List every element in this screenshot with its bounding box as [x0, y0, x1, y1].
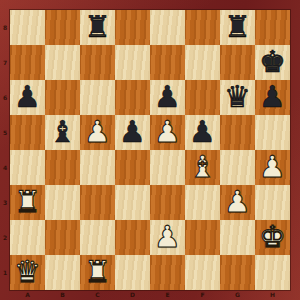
file-label-b: B: [45, 290, 80, 300]
file-label-g: G: [220, 290, 255, 300]
rank-label-3: 3: [0, 185, 10, 220]
square-e1[interactable]: [150, 255, 185, 290]
black-pawn-d5: ♟: [119, 115, 146, 149]
square-f1[interactable]: [185, 255, 220, 290]
square-e2[interactable]: ♟: [150, 220, 185, 255]
square-a6[interactable]: ♟: [10, 80, 45, 115]
white-pawn-e5: ♟: [154, 115, 181, 149]
square-c5[interactable]: ♟: [80, 115, 115, 150]
square-d6[interactable]: [115, 80, 150, 115]
square-e4[interactable]: [150, 150, 185, 185]
square-h5[interactable]: [255, 115, 290, 150]
square-g2[interactable]: [220, 220, 255, 255]
square-e7[interactable]: [150, 45, 185, 80]
square-d1[interactable]: [115, 255, 150, 290]
square-d3[interactable]: [115, 185, 150, 220]
square-f6[interactable]: [185, 80, 220, 115]
chess-diagram-frame: ♜♜♚♟♟♛♟♝♟♟♟♟♝♟♜♟♟♚♛♜ 87654321ABCDEFGH: [0, 0, 300, 300]
rank-label-5: 5: [0, 115, 10, 150]
square-b3[interactable]: [45, 185, 80, 220]
black-queen-g6: ♛: [224, 80, 251, 114]
white-pawn-h4: ♟: [259, 150, 286, 184]
square-b2[interactable]: [45, 220, 80, 255]
square-f7[interactable]: [185, 45, 220, 80]
white-king-h2: ♚: [259, 220, 286, 254]
black-pawn-e6: ♟: [154, 80, 181, 114]
black-king-h7: ♚: [259, 45, 286, 79]
square-a3[interactable]: ♜: [10, 185, 45, 220]
white-pawn-e2: ♟: [154, 220, 181, 254]
square-b8[interactable]: [45, 10, 80, 45]
square-a5[interactable]: [10, 115, 45, 150]
square-g5[interactable]: [220, 115, 255, 150]
white-queen-a1: ♛: [14, 255, 41, 289]
square-a1[interactable]: ♛: [10, 255, 45, 290]
square-g3[interactable]: ♟: [220, 185, 255, 220]
white-rook-c1: ♜: [84, 255, 111, 289]
file-label-f: F: [185, 290, 220, 300]
black-bishop-b5: ♝: [49, 115, 76, 149]
square-f4[interactable]: ♝: [185, 150, 220, 185]
rank-label-7: 7: [0, 45, 10, 80]
square-f3[interactable]: [185, 185, 220, 220]
white-rook-a3: ♜: [14, 185, 41, 219]
square-b6[interactable]: [45, 80, 80, 115]
square-c8[interactable]: ♜: [80, 10, 115, 45]
square-h7[interactable]: ♚: [255, 45, 290, 80]
black-rook-g8: ♜: [224, 10, 251, 44]
square-a8[interactable]: [10, 10, 45, 45]
square-b1[interactable]: [45, 255, 80, 290]
square-e5[interactable]: ♟: [150, 115, 185, 150]
file-label-a: A: [10, 290, 45, 300]
square-h6[interactable]: ♟: [255, 80, 290, 115]
square-f5[interactable]: ♟: [185, 115, 220, 150]
square-c7[interactable]: [80, 45, 115, 80]
square-d2[interactable]: [115, 220, 150, 255]
square-e3[interactable]: [150, 185, 185, 220]
rank-label-8: 8: [0, 10, 10, 45]
square-g8[interactable]: ♜: [220, 10, 255, 45]
square-h2[interactable]: ♚: [255, 220, 290, 255]
square-h3[interactable]: [255, 185, 290, 220]
square-c3[interactable]: [80, 185, 115, 220]
square-b7[interactable]: [45, 45, 80, 80]
square-f8[interactable]: [185, 10, 220, 45]
square-h8[interactable]: [255, 10, 290, 45]
rank-label-6: 6: [0, 80, 10, 115]
square-g7[interactable]: [220, 45, 255, 80]
square-b5[interactable]: ♝: [45, 115, 80, 150]
black-pawn-f5: ♟: [189, 115, 216, 149]
square-e6[interactable]: ♟: [150, 80, 185, 115]
file-label-h: H: [255, 290, 290, 300]
black-rook-c8: ♜: [84, 10, 111, 44]
black-pawn-h6: ♟: [259, 80, 286, 114]
chess-board: ♜♜♚♟♟♛♟♝♟♟♟♟♝♟♜♟♟♚♛♜: [10, 10, 290, 290]
square-a2[interactable]: [10, 220, 45, 255]
square-f2[interactable]: [185, 220, 220, 255]
file-label-e: E: [150, 290, 185, 300]
square-a4[interactable]: [10, 150, 45, 185]
white-bishop-f4: ♝: [189, 150, 216, 184]
square-d7[interactable]: [115, 45, 150, 80]
rank-label-2: 2: [0, 220, 10, 255]
square-d8[interactable]: [115, 10, 150, 45]
square-c6[interactable]: [80, 80, 115, 115]
square-a7[interactable]: [10, 45, 45, 80]
square-b4[interactable]: [45, 150, 80, 185]
square-h1[interactable]: [255, 255, 290, 290]
square-d4[interactable]: [115, 150, 150, 185]
white-pawn-c5: ♟: [84, 115, 111, 149]
rank-label-1: 1: [0, 255, 10, 290]
square-g1[interactable]: [220, 255, 255, 290]
white-pawn-g3: ♟: [224, 185, 251, 219]
square-g4[interactable]: [220, 150, 255, 185]
square-h4[interactable]: ♟: [255, 150, 290, 185]
file-label-c: C: [80, 290, 115, 300]
black-pawn-a6: ♟: [14, 80, 41, 114]
square-g6[interactable]: ♛: [220, 80, 255, 115]
square-d5[interactable]: ♟: [115, 115, 150, 150]
square-e8[interactable]: [150, 10, 185, 45]
square-c4[interactable]: [80, 150, 115, 185]
square-c1[interactable]: ♜: [80, 255, 115, 290]
rank-label-4: 4: [0, 150, 10, 185]
file-label-d: D: [115, 290, 150, 300]
square-c2[interactable]: [80, 220, 115, 255]
